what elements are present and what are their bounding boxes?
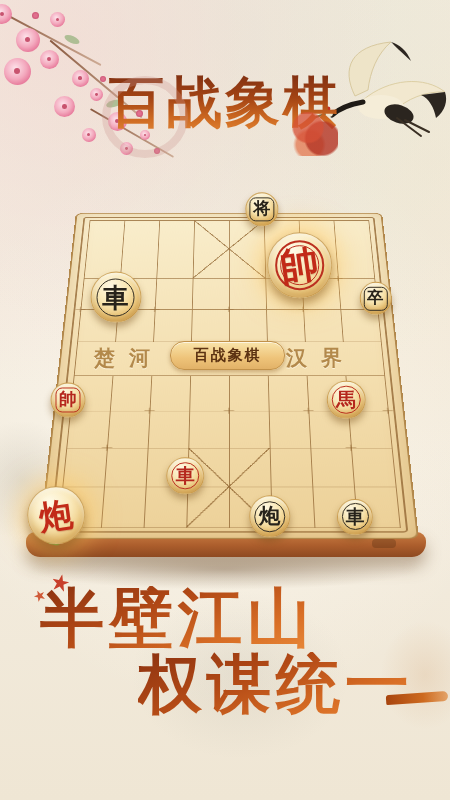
piece-glyph: 将 bbox=[253, 201, 270, 218]
piece-red-chariot[interactable]: 車 bbox=[167, 457, 205, 495]
piece-red-general-2[interactable]: 帥 bbox=[51, 382, 86, 417]
pieces-layer: 将帥車卒帥馬車炮炮車 bbox=[0, 0, 450, 800]
piece-glyph: 車 bbox=[346, 508, 364, 526]
piece-glyph: 帥 bbox=[278, 244, 321, 287]
piece-red-horse[interactable]: 馬 bbox=[327, 380, 366, 419]
piece-glyph: 馬 bbox=[336, 390, 356, 410]
piece-glyph: 炮 bbox=[259, 506, 280, 527]
piece-black-general[interactable]: 将 bbox=[245, 193, 278, 226]
piece-glyph: 帥 bbox=[59, 391, 77, 409]
piece-red-general[interactable]: 帥 bbox=[267, 233, 333, 299]
piece-glyph: 卒 bbox=[367, 290, 383, 306]
piece-red-cannon[interactable]: 炮 bbox=[27, 487, 85, 545]
piece-black-chariot-2[interactable]: 車 bbox=[337, 499, 373, 535]
piece-black-soldier[interactable]: 卒 bbox=[359, 282, 391, 314]
splash-screen: 百战象棋 楚河 百战象棋 汉界 将帥車卒帥馬車炮炮車 半壁江山 权谋统一 bbox=[0, 0, 450, 800]
piece-glyph: 車 bbox=[102, 284, 128, 310]
piece-glyph: 車 bbox=[176, 466, 195, 485]
piece-glyph: 炮 bbox=[37, 497, 75, 535]
piece-black-cannon[interactable]: 炮 bbox=[249, 496, 290, 537]
xiangqi-board[interactable]: 楚河 百战象棋 汉界 将帥車卒帥馬車炮炮車 bbox=[0, 0, 450, 800]
piece-black-chariot[interactable]: 車 bbox=[90, 272, 141, 323]
